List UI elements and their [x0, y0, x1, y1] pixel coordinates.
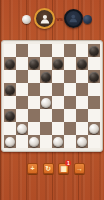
checkers-board: [1, 40, 103, 152]
board-square[interactable]: [88, 96, 100, 109]
left-player-avatar[interactable]: [34, 8, 55, 29]
board-square[interactable]: [52, 135, 64, 148]
board-square: [88, 57, 100, 70]
board-square[interactable]: [64, 96, 76, 109]
board-square: [76, 122, 88, 135]
board-square[interactable]: [76, 135, 88, 148]
white-color-indicator: [22, 15, 31, 24]
person-icon: [39, 13, 51, 25]
black-piece[interactable]: [53, 59, 63, 69]
board-square[interactable]: [76, 57, 88, 70]
white-piece[interactable]: [89, 124, 99, 134]
board-square: [52, 96, 64, 109]
toolbar: +↻▦1→: [27, 163, 85, 174]
board-square: [16, 57, 28, 70]
board-square: [16, 83, 28, 96]
black-piece[interactable]: [5, 85, 15, 95]
board-square[interactable]: [40, 70, 52, 83]
board-square[interactable]: [64, 44, 76, 57]
settings-button[interactable]: +: [27, 163, 38, 174]
white-piece[interactable]: [77, 137, 87, 147]
black-piece[interactable]: [89, 46, 99, 56]
board-square: [76, 96, 88, 109]
board-square[interactable]: [4, 135, 16, 148]
board-square[interactable]: [52, 57, 64, 70]
next-icon: →: [76, 164, 83, 173]
black-piece[interactable]: [29, 59, 39, 69]
board-square: [16, 135, 28, 148]
board-square: [4, 96, 16, 109]
board-square[interactable]: [4, 109, 16, 122]
board-square: [40, 109, 52, 122]
board-square[interactable]: [16, 44, 28, 57]
notification-badge: 1: [65, 160, 71, 166]
board-square[interactable]: [40, 44, 52, 57]
white-piece[interactable]: [53, 137, 63, 147]
board-square[interactable]: [16, 70, 28, 83]
vs-label: vs: [55, 16, 64, 22]
white-piece[interactable]: [17, 124, 27, 134]
board-square: [88, 135, 100, 148]
right-player-avatar[interactable]: [64, 9, 83, 28]
app-screen: vs +↻▦1→: [0, 0, 104, 200]
board-square[interactable]: [28, 109, 40, 122]
next-button[interactable]: →: [74, 163, 85, 174]
black-piece[interactable]: [77, 59, 87, 69]
board-square[interactable]: [4, 57, 16, 70]
white-piece[interactable]: [29, 137, 39, 147]
board-square: [64, 83, 76, 96]
board-square: [76, 44, 88, 57]
undo-icon: ↻: [45, 164, 51, 173]
board-square: [16, 109, 28, 122]
board-square[interactable]: [88, 44, 100, 57]
board-square[interactable]: [52, 83, 64, 96]
board-square: [64, 109, 76, 122]
board-square: [40, 57, 52, 70]
player-bar: vs: [0, 0, 104, 36]
board-square[interactable]: [88, 122, 100, 135]
board-square[interactable]: [40, 122, 52, 135]
black-piece[interactable]: [89, 72, 99, 82]
board-square: [76, 70, 88, 83]
black-color-indicator: [83, 15, 92, 24]
board-grid: [4, 44, 100, 148]
board-square: [4, 70, 16, 83]
board-square[interactable]: [52, 109, 64, 122]
board-square: [40, 83, 52, 96]
board-square[interactable]: [28, 57, 40, 70]
white-piece[interactable]: [5, 137, 15, 147]
board-square: [28, 44, 40, 57]
black-piece[interactable]: [41, 72, 51, 82]
board-square[interactable]: [28, 135, 40, 148]
board-square[interactable]: [64, 70, 76, 83]
menu-button[interactable]: ▦1: [58, 163, 69, 174]
board-square: [52, 122, 64, 135]
board-square[interactable]: [88, 70, 100, 83]
black-piece[interactable]: [5, 59, 15, 69]
board-square: [64, 135, 76, 148]
board-square[interactable]: [4, 83, 16, 96]
board-square: [40, 135, 52, 148]
board-square: [4, 122, 16, 135]
undo-button[interactable]: ↻: [43, 163, 54, 174]
board-square[interactable]: [76, 83, 88, 96]
board-square: [88, 109, 100, 122]
board-square: [4, 44, 16, 57]
black-piece[interactable]: [5, 111, 15, 121]
board-square: [28, 96, 40, 109]
board-square: [64, 57, 76, 70]
board-square[interactable]: [64, 122, 76, 135]
person-icon: [68, 13, 79, 24]
board-square[interactable]: [40, 96, 52, 109]
board-square[interactable]: [16, 96, 28, 109]
board-square: [88, 83, 100, 96]
white-piece[interactable]: [41, 98, 51, 108]
board-square[interactable]: [16, 122, 28, 135]
board-square: [28, 70, 40, 83]
board-square[interactable]: [28, 83, 40, 96]
board-square: [28, 122, 40, 135]
board-square: [52, 44, 64, 57]
board-square: [52, 70, 64, 83]
settings-icon: +: [30, 164, 34, 173]
board-square[interactable]: [76, 109, 88, 122]
